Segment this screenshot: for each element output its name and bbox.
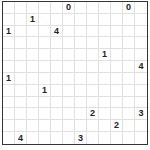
clue-cell-r1c11: 0 xyxy=(123,2,135,14)
cell-r5c6[interactable] xyxy=(63,49,75,61)
cell-r7c10[interactable] xyxy=(111,73,123,85)
cell-r11c11[interactable] xyxy=(123,120,135,132)
cell-r12c10[interactable] xyxy=(111,132,123,144)
cell-r9c6[interactable] xyxy=(63,97,75,109)
clue-cell-r11c10: 2 xyxy=(111,120,123,132)
cell-r5c7[interactable] xyxy=(75,49,87,61)
cell-r3c9[interactable] xyxy=(99,26,111,38)
clue-cell-r6c12: 4 xyxy=(135,61,147,73)
cell-r3c7[interactable] xyxy=(75,26,87,38)
cell-r1c10[interactable] xyxy=(111,2,123,14)
cell-r5c4[interactable] xyxy=(39,49,51,61)
cell-r12c3[interactable] xyxy=(27,132,39,144)
cell-r5c5[interactable] xyxy=(51,49,63,61)
clue-cell-r10c8: 2 xyxy=(87,108,99,120)
cell-r10c2[interactable] xyxy=(15,108,27,120)
cell-r1c1[interactable] xyxy=(3,2,15,14)
cell-r4c8[interactable] xyxy=(87,37,99,49)
cell-r6c6[interactable] xyxy=(63,61,75,73)
cell-r3c4[interactable] xyxy=(39,26,51,38)
clue-cell-r12c2: 4 xyxy=(15,132,27,144)
clue-cell-r2c3: 1 xyxy=(27,14,39,26)
cell-r3c10[interactable] xyxy=(111,26,123,38)
cell-r8c10[interactable] xyxy=(111,85,123,97)
cell-r8c1[interactable] xyxy=(3,85,15,97)
cell-r8c12[interactable] xyxy=(135,85,147,97)
cell-r10c11[interactable] xyxy=(123,108,135,120)
cell-r2c9[interactable] xyxy=(99,14,111,26)
cell-r11c12[interactable] xyxy=(135,120,147,132)
cell-r5c1[interactable] xyxy=(3,49,15,61)
cell-r2c10[interactable] xyxy=(111,14,123,26)
cell-r4c6[interactable] xyxy=(63,37,75,49)
cell-r11c8[interactable] xyxy=(87,120,99,132)
cell-r3c11[interactable] xyxy=(123,26,135,38)
cell-r2c6[interactable] xyxy=(63,14,75,26)
cell-r5c10[interactable] xyxy=(111,49,123,61)
cell-r9c2[interactable] xyxy=(15,97,27,109)
cell-r6c11[interactable] xyxy=(123,61,135,73)
cell-r6c9[interactable] xyxy=(99,61,111,73)
cell-r1c3[interactable] xyxy=(27,2,39,14)
cell-r5c12[interactable] xyxy=(135,49,147,61)
cell-r7c9[interactable] xyxy=(99,73,111,85)
cell-r7c8[interactable] xyxy=(87,73,99,85)
cell-r12c8[interactable] xyxy=(87,132,99,144)
clue-cell-r3c1: 1 xyxy=(3,26,15,38)
cell-r4c4[interactable] xyxy=(39,37,51,49)
cell-r8c11[interactable] xyxy=(123,85,135,97)
clue-cell-r7c1: 1 xyxy=(3,73,15,85)
cell-r8c7[interactable] xyxy=(75,85,87,97)
cell-r9c11[interactable] xyxy=(123,97,135,109)
cell-r4c2[interactable] xyxy=(15,37,27,49)
clue-cell-r1c6: 0 xyxy=(63,2,75,14)
cell-r2c11[interactable] xyxy=(123,14,135,26)
cell-r4c12[interactable] xyxy=(135,37,147,49)
cell-r1c8[interactable] xyxy=(87,2,99,14)
cell-r2c4[interactable] xyxy=(39,14,51,26)
cell-r7c5[interactable] xyxy=(51,73,63,85)
cell-r9c8[interactable] xyxy=(87,97,99,109)
cell-r11c9[interactable] xyxy=(99,120,111,132)
cell-r7c7[interactable] xyxy=(75,73,87,85)
clue-cell-r5c9: 1 xyxy=(99,49,111,61)
cell-r9c10[interactable] xyxy=(111,97,123,109)
cell-r9c1[interactable] xyxy=(3,97,15,109)
cell-r11c4[interactable] xyxy=(39,120,51,132)
cell-r7c2[interactable] xyxy=(15,73,27,85)
cell-r4c3[interactable] xyxy=(27,37,39,49)
cell-r4c9[interactable] xyxy=(99,37,111,49)
cell-r9c7[interactable] xyxy=(75,97,87,109)
cell-r11c3[interactable] xyxy=(27,120,39,132)
cell-r11c2[interactable] xyxy=(15,120,27,132)
cell-r6c4[interactable] xyxy=(39,61,51,73)
cell-r10c10[interactable] xyxy=(111,108,123,120)
cell-r8c6[interactable] xyxy=(63,85,75,97)
cell-r4c11[interactable] xyxy=(123,37,135,49)
cell-r9c3[interactable] xyxy=(27,97,39,109)
cell-r5c3[interactable] xyxy=(27,49,39,61)
cell-r8c3[interactable] xyxy=(27,85,39,97)
cell-r12c1[interactable] xyxy=(3,132,15,144)
cell-r6c1[interactable] xyxy=(3,61,15,73)
cell-r10c4[interactable] xyxy=(39,108,51,120)
cell-r9c9[interactable] xyxy=(99,97,111,109)
cell-r10c7[interactable] xyxy=(75,108,87,120)
cell-r7c4[interactable] xyxy=(39,73,51,85)
cell-r11c5[interactable] xyxy=(51,120,63,132)
cell-r6c3[interactable] xyxy=(27,61,39,73)
cell-r2c1[interactable] xyxy=(3,14,15,26)
cell-r10c6[interactable] xyxy=(63,108,75,120)
cell-r6c10[interactable] xyxy=(111,61,123,73)
cell-r1c4[interactable] xyxy=(39,2,51,14)
cell-r12c4[interactable] xyxy=(39,132,51,144)
cell-r5c11[interactable] xyxy=(123,49,135,61)
minesweeper-board: 00114141123243 xyxy=(2,1,148,145)
cell-r11c6[interactable] xyxy=(63,120,75,132)
cell-r2c5[interactable] xyxy=(51,14,63,26)
cell-r2c7[interactable] xyxy=(75,14,87,26)
cell-r4c10[interactable] xyxy=(111,37,123,49)
cell-r2c12[interactable] xyxy=(135,14,147,26)
cell-r8c8[interactable] xyxy=(87,85,99,97)
cell-r8c5[interactable] xyxy=(51,85,63,97)
cell-r4c1[interactable] xyxy=(3,37,15,49)
cell-r12c6[interactable] xyxy=(63,132,75,144)
cell-r11c1[interactable] xyxy=(3,120,15,132)
cell-r5c2[interactable] xyxy=(15,49,27,61)
cell-r6c8[interactable] xyxy=(87,61,99,73)
cell-r11c7[interactable] xyxy=(75,120,87,132)
cell-r1c7[interactable] xyxy=(75,2,87,14)
cell-r1c5[interactable] xyxy=(51,2,63,14)
cell-r8c9[interactable] xyxy=(99,85,111,97)
cell-r10c1[interactable] xyxy=(3,108,15,120)
clue-cell-r12c7: 3 xyxy=(75,132,87,144)
cell-r6c7[interactable] xyxy=(75,61,87,73)
cell-r1c12[interactable] xyxy=(135,2,147,14)
clue-cell-r3c5: 4 xyxy=(51,26,63,38)
cell-r9c12[interactable] xyxy=(135,97,147,109)
cell-r3c2[interactable] xyxy=(15,26,27,38)
cell-r8c2[interactable] xyxy=(15,85,27,97)
cell-r4c5[interactable] xyxy=(51,37,63,49)
cell-r7c12[interactable] xyxy=(135,73,147,85)
cell-r10c5[interactable] xyxy=(51,108,63,120)
cell-r10c9[interactable] xyxy=(99,108,111,120)
cell-r7c6[interactable] xyxy=(63,73,75,85)
cell-r1c9[interactable] xyxy=(99,2,111,14)
puzzle-area: 00114141123243 xyxy=(2,1,148,145)
cell-r3c6[interactable] xyxy=(63,26,75,38)
cell-r7c11[interactable] xyxy=(123,73,135,85)
cell-r12c12[interactable] xyxy=(135,132,147,144)
cell-r6c5[interactable] xyxy=(51,61,63,73)
cell-r2c8[interactable] xyxy=(87,14,99,26)
cell-r10c3[interactable] xyxy=(27,108,39,120)
cell-r9c5[interactable] xyxy=(51,97,63,109)
cell-r7c3[interactable] xyxy=(27,73,39,85)
clue-cell-r8c4: 1 xyxy=(39,85,51,97)
cell-r3c12[interactable] xyxy=(135,26,147,38)
cell-r2c2[interactable] xyxy=(15,14,27,26)
clue-cell-r10c12: 3 xyxy=(135,108,147,120)
cell-r12c11[interactable] xyxy=(123,132,135,144)
cell-r3c3[interactable] xyxy=(27,26,39,38)
cell-r4c7[interactable] xyxy=(75,37,87,49)
cell-r3c8[interactable] xyxy=(87,26,99,38)
cell-r5c8[interactable] xyxy=(87,49,99,61)
cell-r12c9[interactable] xyxy=(99,132,111,144)
cell-r1c2[interactable] xyxy=(15,2,27,14)
cell-r9c4[interactable] xyxy=(39,97,51,109)
cell-r6c2[interactable] xyxy=(15,61,27,73)
cell-r12c5[interactable] xyxy=(51,132,63,144)
